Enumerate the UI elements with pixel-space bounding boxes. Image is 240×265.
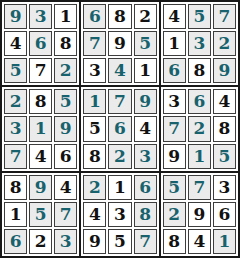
- box-1-1: 931468572: [2, 2, 79, 85]
- cell-r5c5[interactable]: 6: [108, 116, 131, 141]
- cell-r4c1[interactable]: 2: [4, 89, 27, 114]
- cell-r4c9[interactable]: 4: [213, 89, 236, 114]
- cell-r1c7[interactable]: 4: [163, 4, 186, 29]
- cell-r5c9[interactable]: 8: [213, 116, 236, 141]
- sudoku-board: 9314685726827953414571326892853197461795…: [0, 0, 240, 258]
- box-3-3: 573296841: [161, 173, 238, 256]
- cell-r2c4[interactable]: 7: [83, 31, 106, 56]
- cell-r3c3[interactable]: 2: [54, 58, 77, 83]
- cell-r8c2[interactable]: 5: [29, 202, 52, 227]
- cell-r8c4[interactable]: 4: [83, 202, 106, 227]
- cell-r1c9[interactable]: 7: [213, 4, 236, 29]
- cell-r6c6[interactable]: 3: [134, 144, 157, 169]
- cell-r7c4[interactable]: 2: [83, 175, 106, 200]
- cell-r1c1[interactable]: 9: [4, 4, 27, 29]
- cell-r2c8[interactable]: 3: [188, 31, 211, 56]
- box-3-2: 216438957: [81, 173, 158, 256]
- cell-r1c8[interactable]: 5: [188, 4, 211, 29]
- cell-r6c8[interactable]: 1: [188, 144, 211, 169]
- cell-r3c7[interactable]: 6: [163, 58, 186, 83]
- cell-r1c2[interactable]: 3: [29, 4, 52, 29]
- cell-r7c9[interactable]: 3: [213, 175, 236, 200]
- cell-r8c9[interactable]: 6: [213, 202, 236, 227]
- cell-r9c7[interactable]: 8: [163, 229, 186, 254]
- cell-r4c5[interactable]: 7: [108, 89, 131, 114]
- cell-r5c4[interactable]: 5: [83, 116, 106, 141]
- cell-r8c3[interactable]: 7: [54, 202, 77, 227]
- cell-r8c8[interactable]: 9: [188, 202, 211, 227]
- cell-r9c3[interactable]: 3: [54, 229, 77, 254]
- cell-r8c1[interactable]: 1: [4, 202, 27, 227]
- cell-r9c9[interactable]: 1: [213, 229, 236, 254]
- sudoku-screen: 9314685726827953414571326892853197461795…: [0, 0, 240, 265]
- cell-r9c1[interactable]: 6: [4, 229, 27, 254]
- cell-r7c7[interactable]: 5: [163, 175, 186, 200]
- cell-r9c5[interactable]: 5: [108, 229, 131, 254]
- cell-r6c7[interactable]: 9: [163, 144, 186, 169]
- cell-r8c5[interactable]: 3: [108, 202, 131, 227]
- cell-r1c6[interactable]: 2: [134, 4, 157, 29]
- cell-r5c3[interactable]: 9: [54, 116, 77, 141]
- cell-r5c8[interactable]: 2: [188, 116, 211, 141]
- cell-r3c4[interactable]: 3: [83, 58, 106, 83]
- cell-r5c1[interactable]: 3: [4, 116, 27, 141]
- cell-r1c5[interactable]: 8: [108, 4, 131, 29]
- cell-r4c3[interactable]: 5: [54, 89, 77, 114]
- cell-r6c2[interactable]: 4: [29, 144, 52, 169]
- cell-r6c3[interactable]: 6: [54, 144, 77, 169]
- cell-r3c5[interactable]: 4: [108, 58, 131, 83]
- cell-r3c9[interactable]: 9: [213, 58, 236, 83]
- cell-r3c6[interactable]: 1: [134, 58, 157, 83]
- cell-r5c7[interactable]: 7: [163, 116, 186, 141]
- cell-r4c6[interactable]: 9: [134, 89, 157, 114]
- cell-r9c4[interactable]: 9: [83, 229, 106, 254]
- box-2-1: 285319746: [2, 87, 79, 170]
- cell-r8c7[interactable]: 2: [163, 202, 186, 227]
- cell-r6c5[interactable]: 2: [108, 144, 131, 169]
- cell-r1c3[interactable]: 1: [54, 4, 77, 29]
- cell-r4c2[interactable]: 8: [29, 89, 52, 114]
- cell-r8c6[interactable]: 8: [134, 202, 157, 227]
- cell-r7c2[interactable]: 9: [29, 175, 52, 200]
- cell-r9c6[interactable]: 7: [134, 229, 157, 254]
- cell-r6c1[interactable]: 7: [4, 144, 27, 169]
- cell-r6c9[interactable]: 5: [213, 144, 236, 169]
- cell-r2c2[interactable]: 6: [29, 31, 52, 56]
- cell-r2c5[interactable]: 9: [108, 31, 131, 56]
- box-3-1: 894157623: [2, 173, 79, 256]
- cell-r1c4[interactable]: 6: [83, 4, 106, 29]
- box-1-2: 682795341: [81, 2, 158, 85]
- cell-r2c9[interactable]: 2: [213, 31, 236, 56]
- cell-r5c6[interactable]: 4: [134, 116, 157, 141]
- cell-r9c2[interactable]: 2: [29, 229, 52, 254]
- box-1-3: 457132689: [161, 2, 238, 85]
- cell-r2c1[interactable]: 4: [4, 31, 27, 56]
- cell-r4c8[interactable]: 6: [188, 89, 211, 114]
- cell-r2c7[interactable]: 1: [163, 31, 186, 56]
- box-2-2: 179564823: [81, 87, 158, 170]
- cell-r5c2[interactable]: 1: [29, 116, 52, 141]
- cell-r4c7[interactable]: 3: [163, 89, 186, 114]
- box-2-3: 364728915: [161, 87, 238, 170]
- cell-r7c6[interactable]: 6: [134, 175, 157, 200]
- cell-r7c1[interactable]: 8: [4, 175, 27, 200]
- cell-r3c2[interactable]: 7: [29, 58, 52, 83]
- cell-r9c8[interactable]: 4: [188, 229, 211, 254]
- cell-r2c6[interactable]: 5: [134, 31, 157, 56]
- cell-r7c3[interactable]: 4: [54, 175, 77, 200]
- cell-r2c3[interactable]: 8: [54, 31, 77, 56]
- cell-r3c8[interactable]: 8: [188, 58, 211, 83]
- cell-r4c4[interactable]: 1: [83, 89, 106, 114]
- cell-r7c5[interactable]: 1: [108, 175, 131, 200]
- cell-r6c4[interactable]: 8: [83, 144, 106, 169]
- cell-r7c8[interactable]: 7: [188, 175, 211, 200]
- cell-r3c1[interactable]: 5: [4, 58, 27, 83]
